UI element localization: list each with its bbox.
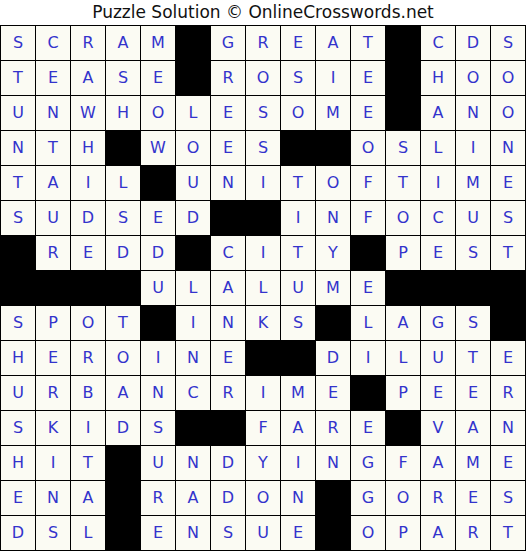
block-cell-r8c3 [71, 271, 105, 305]
letter-cell-r10c13: U [421, 341, 455, 375]
letter-cell-r7c3: E [71, 236, 105, 270]
letter-cell-r12c10: R [316, 411, 350, 445]
letter-cell-r10c6: N [176, 341, 210, 375]
letter-cell-r5c10: O [316, 166, 350, 200]
letter-cell-r11c13: E [421, 376, 455, 410]
letter-cell-r13c15: E [491, 446, 525, 480]
letter-cell-r1c10: A [316, 26, 350, 60]
letter-cell-r13c8: Y [246, 446, 280, 480]
block-cell-r6c8 [246, 201, 280, 235]
letter-cell-r15c11: O [351, 516, 385, 550]
letter-cell-r3c3: W [71, 96, 105, 130]
letter-cell-r12c9: A [281, 411, 315, 445]
block-cell-r10c8 [246, 341, 280, 375]
letter-cell-r11c3: B [71, 376, 105, 410]
letter-cell-r6c11: F [351, 201, 385, 235]
letter-cell-r1c11: T [351, 26, 385, 60]
block-cell-r8c2 [36, 271, 70, 305]
block-cell-r12c12 [386, 411, 420, 445]
letter-cell-r9c9: S [281, 306, 315, 340]
letter-cell-r12c3: I [71, 411, 105, 445]
letter-cell-r2c10: I [316, 61, 350, 95]
letter-cell-r7c14: S [456, 236, 490, 270]
letter-cell-r8c5: U [141, 271, 175, 305]
letter-cell-r8c8: L [246, 271, 280, 305]
letter-cell-r12c11: E [351, 411, 385, 445]
letter-cell-r6c13: C [421, 201, 455, 235]
letter-cell-r8c6: L [176, 271, 210, 305]
letter-cell-r9c3: O [71, 306, 105, 340]
letter-cell-r11c4: A [106, 376, 140, 410]
letter-cell-r13c5: U [141, 446, 175, 480]
letter-cell-r9c4: T [106, 306, 140, 340]
letter-cell-r7c12: P [386, 236, 420, 270]
letter-cell-r4c11: O [351, 131, 385, 165]
block-cell-r8c1 [1, 271, 35, 305]
block-cell-r1c12 [386, 26, 420, 60]
letter-cell-r10c5: I [141, 341, 175, 375]
letter-cell-r12c2: K [36, 411, 70, 445]
letter-cell-r14c13: R [421, 481, 455, 515]
letter-cell-r10c4: O [106, 341, 140, 375]
block-cell-r15c10 [316, 516, 350, 550]
letter-cell-r10c10: D [316, 341, 350, 375]
letter-cell-r11c14: E [456, 376, 490, 410]
letter-cell-r14c12: O [386, 481, 420, 515]
letter-cell-r7c7: C [211, 236, 245, 270]
block-cell-r13c4 [106, 446, 140, 480]
letter-cell-r13c7: D [211, 446, 245, 480]
letter-cell-r9c7: N [211, 306, 245, 340]
letter-cell-r1c15: S [491, 26, 525, 60]
letter-cell-r6c12: O [386, 201, 420, 235]
letter-cell-r3c5: O [141, 96, 175, 130]
letter-cell-r11c5: N [141, 376, 175, 410]
letter-cell-r15c3: L [71, 516, 105, 550]
letter-cell-r5c13: I [421, 166, 455, 200]
letter-cell-r3c10: M [316, 96, 350, 130]
letter-cell-r7c8: I [246, 236, 280, 270]
letter-cell-r3c1: U [1, 96, 35, 130]
letter-cell-r4c12: S [386, 131, 420, 165]
letter-cell-r6c1: S [1, 201, 35, 235]
letter-cell-r4c5: W [141, 131, 175, 165]
letter-cell-r5c3: I [71, 166, 105, 200]
block-cell-r5c5 [141, 166, 175, 200]
letter-cell-r3c8: S [246, 96, 280, 130]
letter-cell-r12c1: S [1, 411, 35, 445]
block-cell-r8c13 [421, 271, 455, 305]
letter-cell-r11c6: C [176, 376, 210, 410]
block-cell-r9c15 [491, 306, 525, 340]
letter-cell-r1c2: C [36, 26, 70, 60]
letter-cell-r9c14: S [456, 306, 490, 340]
letter-cell-r6c10: N [316, 201, 350, 235]
block-cell-r8c15 [491, 271, 525, 305]
letter-cell-r10c12: L [386, 341, 420, 375]
block-cell-r1c6 [176, 26, 210, 60]
letter-cell-r6c3: D [71, 201, 105, 235]
letter-cell-r14c6: A [176, 481, 210, 515]
letter-cell-r2c11: E [351, 61, 385, 95]
letter-cell-r2c9: S [281, 61, 315, 95]
letter-cell-r3c4: H [106, 96, 140, 130]
letter-cell-r12c15: N [491, 411, 525, 445]
block-cell-r10c9 [281, 341, 315, 375]
block-cell-r15c4 [106, 516, 140, 550]
letter-cell-r4c3: H [71, 131, 105, 165]
letter-cell-r2c3: A [71, 61, 105, 95]
letter-cell-r8c7: A [211, 271, 245, 305]
letter-cell-r1c4: A [106, 26, 140, 60]
letter-cell-r9c1: S [1, 306, 35, 340]
letter-cell-r4c6: O [176, 131, 210, 165]
letter-cell-r3c11: E [351, 96, 385, 130]
letter-cell-r6c5: E [141, 201, 175, 235]
block-cell-r8c14 [456, 271, 490, 305]
letter-cell-r5c6: U [176, 166, 210, 200]
letter-cell-r5c4: L [106, 166, 140, 200]
letter-cell-r8c9: U [281, 271, 315, 305]
letter-cell-r11c9: M [281, 376, 315, 410]
block-cell-r8c4 [106, 271, 140, 305]
letter-cell-r7c10: Y [316, 236, 350, 270]
letter-cell-r11c15: R [491, 376, 525, 410]
letter-cell-r13c11: G [351, 446, 385, 480]
puzzle-solution-page: Puzzle Solution © OnlineCrosswords.net S… [0, 0, 526, 551]
letter-cell-r14c15: S [491, 481, 525, 515]
letter-cell-r9c11: L [351, 306, 385, 340]
block-cell-r7c6 [176, 236, 210, 270]
letter-cell-r15c15: T [491, 516, 525, 550]
block-cell-r7c11 [351, 236, 385, 270]
letter-cell-r9c2: P [36, 306, 70, 340]
letter-cell-r5c11: F [351, 166, 385, 200]
letter-cell-r2c5: E [141, 61, 175, 95]
letter-cell-r12c13: V [421, 411, 455, 445]
block-cell-r11c11 [351, 376, 385, 410]
letter-cell-r10c7: E [211, 341, 245, 375]
letter-cell-r10c15: E [491, 341, 525, 375]
letter-cell-r14c5: R [141, 481, 175, 515]
letter-cell-r2c7: R [211, 61, 245, 95]
letter-cell-r13c2: I [36, 446, 70, 480]
letter-cell-r5c8: I [246, 166, 280, 200]
letter-cell-r5c7: N [211, 166, 245, 200]
letter-cell-r9c6: I [176, 306, 210, 340]
letter-cell-r1c9: E [281, 26, 315, 60]
letter-cell-r1c8: R [246, 26, 280, 60]
letter-cell-r4c7: E [211, 131, 245, 165]
letter-cell-r13c13: A [421, 446, 455, 480]
letter-cell-r13c3: T [71, 446, 105, 480]
letter-cell-r7c15: T [491, 236, 525, 270]
letter-cell-r3c15: O [491, 96, 525, 130]
block-cell-r9c10 [316, 306, 350, 340]
letter-cell-r14c14: E [456, 481, 490, 515]
letter-cell-r2c4: S [106, 61, 140, 95]
letter-cell-r4c8: S [246, 131, 280, 165]
letter-cell-r13c10: N [316, 446, 350, 480]
letter-cell-r15c8: U [246, 516, 280, 550]
letter-cell-r15c13: A [421, 516, 455, 550]
letter-cell-r14c11: G [351, 481, 385, 515]
letter-cell-r9c12: A [386, 306, 420, 340]
letter-cell-r10c3: R [71, 341, 105, 375]
letter-cell-r10c14: T [456, 341, 490, 375]
letter-cell-r7c9: T [281, 236, 315, 270]
letter-cell-r13c6: N [176, 446, 210, 480]
letter-cell-r15c6: N [176, 516, 210, 550]
letter-cell-r11c7: R [211, 376, 245, 410]
letter-cell-r1c5: M [141, 26, 175, 60]
letter-cell-r9c8: K [246, 306, 280, 340]
letter-cell-r14c7: D [211, 481, 245, 515]
letter-cell-r13c12: F [386, 446, 420, 480]
crossword-grid: SCRAMGREATCDSTEASEROSIEHOOUNWHOLESOMEANO… [0, 25, 526, 551]
letter-cell-r4c2: T [36, 131, 70, 165]
block-cell-r4c9 [281, 131, 315, 165]
letter-cell-r5c15: E [491, 166, 525, 200]
letter-cell-r4c14: I [456, 131, 490, 165]
letter-cell-r5c12: T [386, 166, 420, 200]
letter-cell-r2c2: E [36, 61, 70, 95]
letter-cell-r15c9: E [281, 516, 315, 550]
letter-cell-r3c2: N [36, 96, 70, 130]
letter-cell-r3c7: E [211, 96, 245, 130]
letter-cell-r15c7: S [211, 516, 245, 550]
block-cell-r14c10 [316, 481, 350, 515]
letter-cell-r14c9: N [281, 481, 315, 515]
letter-cell-r15c1: D [1, 516, 35, 550]
letter-cell-r15c2: S [36, 516, 70, 550]
letter-cell-r1c7: G [211, 26, 245, 60]
letter-cell-r6c14: U [456, 201, 490, 235]
letter-cell-r12c5: S [141, 411, 175, 445]
letter-cell-r14c1: E [1, 481, 35, 515]
letter-cell-r5c1: T [1, 166, 35, 200]
letter-cell-r15c14: R [456, 516, 490, 550]
letter-cell-r11c12: P [386, 376, 420, 410]
letter-cell-r7c13: E [421, 236, 455, 270]
letter-cell-r11c1: U [1, 376, 35, 410]
block-cell-r9c5 [141, 306, 175, 340]
letter-cell-r1c13: C [421, 26, 455, 60]
letter-cell-r7c2: R [36, 236, 70, 270]
letter-cell-r13c1: H [1, 446, 35, 480]
letter-cell-r14c8: O [246, 481, 280, 515]
letter-cell-r15c12: P [386, 516, 420, 550]
letter-cell-r6c2: U [36, 201, 70, 235]
block-cell-r7c1 [1, 236, 35, 270]
block-cell-r6c7 [211, 201, 245, 235]
letter-cell-r7c5: D [141, 236, 175, 270]
letter-cell-r13c14: M [456, 446, 490, 480]
block-cell-r3c12 [386, 96, 420, 130]
letter-cell-r13c9: I [281, 446, 315, 480]
letter-cell-r10c11: I [351, 341, 385, 375]
letter-cell-r4c15: N [491, 131, 525, 165]
letter-cell-r3c13: A [421, 96, 455, 130]
letter-cell-r6c15: S [491, 201, 525, 235]
letter-cell-r2c1: T [1, 61, 35, 95]
letter-cell-r10c2: E [36, 341, 70, 375]
letter-cell-r3c14: N [456, 96, 490, 130]
letter-cell-r14c2: N [36, 481, 70, 515]
letter-cell-r3c9: O [281, 96, 315, 130]
letter-cell-r2c13: H [421, 61, 455, 95]
letter-cell-r14c3: A [71, 481, 105, 515]
letter-cell-r6c9: I [281, 201, 315, 235]
letter-cell-r2c8: O [246, 61, 280, 95]
block-cell-r14c4 [106, 481, 140, 515]
block-cell-r12c7 [211, 411, 245, 445]
letter-cell-r2c15: O [491, 61, 525, 95]
letter-cell-r10c1: H [1, 341, 35, 375]
letter-cell-r8c10: M [316, 271, 350, 305]
page-title: Puzzle Solution © OnlineCrosswords.net [0, 0, 526, 25]
letter-cell-r5c9: T [281, 166, 315, 200]
letter-cell-r5c14: M [456, 166, 490, 200]
letter-cell-r1c14: D [456, 26, 490, 60]
letter-cell-r15c5: E [141, 516, 175, 550]
letter-cell-r2c14: O [456, 61, 490, 95]
block-cell-r2c6 [176, 61, 210, 95]
block-cell-r8c12 [386, 271, 420, 305]
letter-cell-r12c4: D [106, 411, 140, 445]
letter-cell-r11c2: R [36, 376, 70, 410]
letter-cell-r4c13: L [421, 131, 455, 165]
letter-cell-r5c2: A [36, 166, 70, 200]
letter-cell-r12c14: A [456, 411, 490, 445]
letter-cell-r11c8: I [246, 376, 280, 410]
letter-cell-r7c4: D [106, 236, 140, 270]
block-cell-r4c4 [106, 131, 140, 165]
letter-cell-r4c1: N [1, 131, 35, 165]
letter-cell-r6c4: S [106, 201, 140, 235]
letter-cell-r1c1: S [1, 26, 35, 60]
letter-cell-r1c3: R [71, 26, 105, 60]
letter-cell-r6c6: D [176, 201, 210, 235]
block-cell-r2c12 [386, 61, 420, 95]
block-cell-r4c10 [316, 131, 350, 165]
letter-cell-r9c13: G [421, 306, 455, 340]
letter-cell-r8c11: E [351, 271, 385, 305]
block-cell-r12c6 [176, 411, 210, 445]
letter-cell-r3c6: L [176, 96, 210, 130]
letter-cell-r11c10: E [316, 376, 350, 410]
letter-cell-r12c8: F [246, 411, 280, 445]
